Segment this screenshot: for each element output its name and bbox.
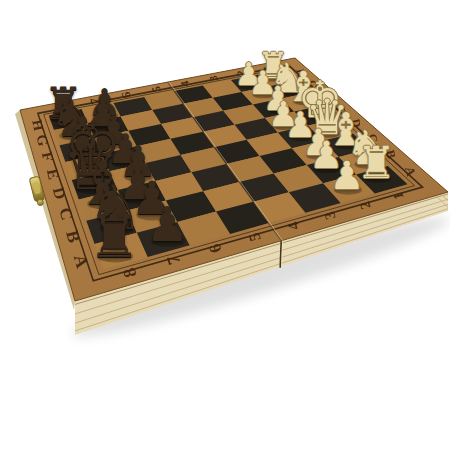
piece-black-pawn-a7[interactable]: ♟ bbox=[143, 201, 191, 249]
chess-set-photo: HHGGFFEEDDCCBBAA8877665544332211 ♜♞♝♛♚♝♞… bbox=[0, 0, 450, 450]
pieces-layer: ♜♞♝♛♚♝♞♜♟♟♟♟♟♟♟♟♟♟♟♟♟♟♟♟♜♞♝♛♚♝♞♜ bbox=[0, 0, 450, 450]
piece-black-rook-a8[interactable]: ♜ bbox=[85, 207, 144, 266]
piece-white-pawn-a2[interactable]: ♟ bbox=[328, 157, 367, 196]
